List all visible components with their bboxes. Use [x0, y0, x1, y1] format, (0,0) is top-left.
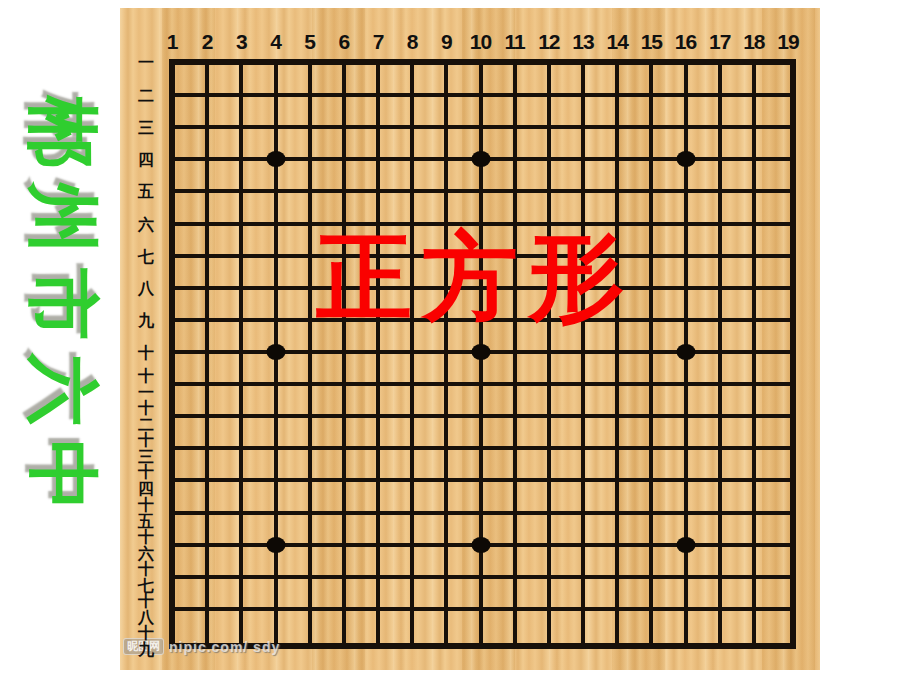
board-cell — [688, 65, 722, 97]
board-cell — [517, 450, 551, 482]
row-label: 九 — [138, 311, 154, 328]
board-cell — [414, 354, 448, 386]
board-cell — [209, 482, 243, 514]
board-cell — [414, 193, 448, 225]
board-cell — [312, 193, 346, 225]
board-cell — [209, 354, 243, 386]
board-cell — [688, 579, 722, 611]
hoshi-point — [266, 537, 285, 553]
board-cell — [619, 482, 653, 514]
board-cell — [756, 386, 790, 418]
row-label: 三 — [138, 119, 154, 136]
board-cell — [688, 193, 722, 225]
row-label: 一 — [138, 54, 154, 71]
board-cell — [380, 386, 414, 418]
board-cell — [619, 354, 653, 386]
board-cell — [585, 193, 619, 225]
board-cell — [448, 65, 482, 97]
board-cell — [722, 290, 756, 322]
row-label: 十 八 — [138, 592, 154, 626]
board-cell — [243, 97, 277, 129]
board-cell — [551, 354, 585, 386]
row-label: 五 — [138, 183, 154, 200]
board-cell — [722, 97, 756, 129]
board-cell — [483, 65, 517, 97]
board-cell — [243, 482, 277, 514]
board-cell — [278, 450, 312, 482]
board-cell — [312, 97, 346, 129]
board-cell — [278, 418, 312, 450]
board-cell — [551, 482, 585, 514]
school-name-char: 市 — [22, 262, 102, 346]
board-cell — [448, 97, 482, 129]
hoshi-point — [266, 344, 285, 360]
board-cell — [517, 515, 551, 547]
board-cell — [243, 450, 277, 482]
column-label: 16 — [675, 30, 696, 54]
board-cell — [209, 161, 243, 193]
board-cell — [619, 97, 653, 129]
slide: 郴州市六中 正方形 昵图网 nipic.com/ sdy 12345678910… — [0, 0, 920, 690]
board-cell — [346, 65, 380, 97]
board-cell — [653, 290, 687, 322]
board-cell — [756, 482, 790, 514]
board-cell — [585, 547, 619, 579]
board-cell — [585, 97, 619, 129]
board-cell — [380, 482, 414, 514]
board-cell — [653, 193, 687, 225]
board-cell — [722, 354, 756, 386]
board-cell — [619, 547, 653, 579]
board-cell — [619, 450, 653, 482]
overlay-title: 正方形 — [316, 228, 634, 329]
row-label: 十 六 — [138, 528, 154, 562]
board-cell — [175, 354, 209, 386]
board-cell — [585, 579, 619, 611]
board-cell — [517, 161, 551, 193]
board-cell — [346, 418, 380, 450]
board-cell — [483, 482, 517, 514]
board-cell — [243, 290, 277, 322]
board-cell — [585, 418, 619, 450]
board-cell — [380, 611, 414, 643]
go-board: 正方形 昵图网 nipic.com/ sdy 12345678910111213… — [120, 8, 820, 670]
board-cell — [722, 226, 756, 258]
board-cell — [414, 482, 448, 514]
board-cell — [585, 161, 619, 193]
board-cell — [278, 290, 312, 322]
board-cell — [756, 579, 790, 611]
board-cell — [619, 193, 653, 225]
row-label: 二 — [138, 87, 154, 104]
board-cell — [653, 65, 687, 97]
board-cell — [653, 579, 687, 611]
board-cell — [585, 611, 619, 643]
board-cell — [414, 161, 448, 193]
board-cell — [312, 354, 346, 386]
row-label: 十 五 — [138, 496, 154, 530]
board-cell — [414, 515, 448, 547]
board-cell — [209, 450, 243, 482]
board-cell — [243, 193, 277, 225]
board-cell — [653, 611, 687, 643]
board-cell — [688, 547, 722, 579]
board-cell — [619, 129, 653, 161]
board-cell — [243, 226, 277, 258]
board-cell — [278, 547, 312, 579]
board-cell — [380, 193, 414, 225]
board-cell — [278, 611, 312, 643]
board-cell — [517, 547, 551, 579]
board-cell — [278, 354, 312, 386]
board-cell — [551, 386, 585, 418]
board-cell — [175, 418, 209, 450]
board-cell — [653, 482, 687, 514]
board-cell — [209, 579, 243, 611]
board-cell — [175, 129, 209, 161]
board-cell — [380, 579, 414, 611]
board-cell — [619, 418, 653, 450]
board-cell — [312, 65, 346, 97]
column-label: 12 — [538, 30, 559, 54]
board-cell — [756, 161, 790, 193]
board-cell — [722, 386, 756, 418]
board-cell — [278, 65, 312, 97]
board-cell — [483, 611, 517, 643]
board-cell — [312, 129, 346, 161]
board-cell — [756, 129, 790, 161]
board-cell — [346, 97, 380, 129]
board-cell — [619, 611, 653, 643]
board-cell — [551, 129, 585, 161]
board-grid — [169, 59, 796, 649]
board-cell — [175, 322, 209, 354]
board-cell — [175, 450, 209, 482]
hoshi-point — [471, 537, 490, 553]
board-cell — [483, 354, 517, 386]
board-cell — [175, 515, 209, 547]
board-cell — [551, 515, 585, 547]
board-cell — [585, 129, 619, 161]
board-cell — [175, 258, 209, 290]
board-cell — [722, 547, 756, 579]
board-cell — [312, 579, 346, 611]
board-cell — [756, 97, 790, 129]
column-label: 7 — [373, 30, 384, 54]
board-cell — [551, 450, 585, 482]
board-cell — [414, 611, 448, 643]
board-cell — [346, 482, 380, 514]
board-cell — [483, 450, 517, 482]
board-cell — [243, 258, 277, 290]
board-cell — [414, 450, 448, 482]
board-cell — [209, 290, 243, 322]
row-label: 十 七 — [138, 560, 154, 594]
column-label: 13 — [572, 30, 593, 54]
row-label: 十 二 — [138, 399, 154, 433]
board-cell — [448, 579, 482, 611]
board-cell — [517, 418, 551, 450]
board-cell — [619, 161, 653, 193]
board-cell — [175, 290, 209, 322]
board-cell — [380, 515, 414, 547]
board-cell — [312, 161, 346, 193]
board-cell — [688, 450, 722, 482]
board-cell — [722, 418, 756, 450]
board-cell — [653, 386, 687, 418]
board-cell — [688, 290, 722, 322]
hoshi-point — [471, 151, 490, 167]
column-label: 11 — [505, 30, 525, 54]
board-cell — [414, 547, 448, 579]
board-cell — [278, 386, 312, 418]
board-cell — [756, 258, 790, 290]
board-cell — [243, 579, 277, 611]
column-label: 18 — [743, 30, 764, 54]
board-cell — [346, 354, 380, 386]
board-cell — [312, 386, 346, 418]
board-cell — [551, 611, 585, 643]
board-cell — [209, 226, 243, 258]
row-label: 七 — [138, 247, 154, 264]
board-cell — [175, 482, 209, 514]
board-cell — [312, 515, 346, 547]
board-cell — [756, 354, 790, 386]
board-cell — [551, 193, 585, 225]
board-cell — [722, 579, 756, 611]
hoshi-point — [676, 537, 695, 553]
board-cell — [483, 547, 517, 579]
row-label: 十 — [138, 344, 154, 361]
board-cell — [483, 161, 517, 193]
board-cell — [756, 515, 790, 547]
school-name-vertical-text: 郴州市六中 — [16, 92, 108, 516]
board-cell — [722, 258, 756, 290]
board-cell — [483, 386, 517, 418]
board-cell — [209, 258, 243, 290]
watermark-text: nipic.com/ sdy — [169, 639, 280, 655]
board-cell — [585, 65, 619, 97]
board-cell — [448, 611, 482, 643]
board-cell — [688, 226, 722, 258]
board-cell — [346, 611, 380, 643]
school-name-char: 州 — [22, 176, 102, 260]
board-cell — [209, 386, 243, 418]
board-cell — [483, 193, 517, 225]
hoshi-point — [471, 344, 490, 360]
board-cell — [551, 547, 585, 579]
board-cell — [175, 161, 209, 193]
board-cell — [722, 482, 756, 514]
hoshi-point — [676, 151, 695, 167]
hoshi-point — [266, 151, 285, 167]
column-label: 3 — [236, 30, 247, 54]
board-cell — [688, 611, 722, 643]
board-cell — [380, 65, 414, 97]
board-cell — [517, 482, 551, 514]
row-label: 六 — [138, 215, 154, 232]
board-cell — [619, 386, 653, 418]
board-cell — [312, 547, 346, 579]
board-cell — [346, 579, 380, 611]
board-cell — [756, 611, 790, 643]
school-name-char: 六 — [22, 348, 102, 432]
board-cell — [346, 450, 380, 482]
board-cell — [380, 129, 414, 161]
board-cell — [517, 354, 551, 386]
board-cell — [346, 193, 380, 225]
board-cell — [414, 129, 448, 161]
board-cell — [312, 418, 346, 450]
board-cell — [722, 65, 756, 97]
board-cell — [517, 386, 551, 418]
board-cell — [483, 97, 517, 129]
board-cell — [756, 65, 790, 97]
board-cell — [312, 482, 346, 514]
board-cell — [517, 129, 551, 161]
board-cell — [688, 161, 722, 193]
board-cell — [619, 579, 653, 611]
board-cell — [209, 97, 243, 129]
board-cell — [756, 450, 790, 482]
board-cell — [346, 515, 380, 547]
board-cell — [380, 418, 414, 450]
board-cell — [380, 354, 414, 386]
board-cell — [448, 386, 482, 418]
column-label: 19 — [777, 30, 798, 54]
board-cell — [175, 226, 209, 258]
board-cell — [653, 226, 687, 258]
column-label: 15 — [641, 30, 662, 54]
board-cell — [551, 97, 585, 129]
board-cell — [722, 611, 756, 643]
board-cell — [688, 418, 722, 450]
board-cell — [585, 515, 619, 547]
board-cell — [756, 290, 790, 322]
board-cell — [278, 579, 312, 611]
board-cell — [243, 418, 277, 450]
board-cell — [585, 354, 619, 386]
column-label: 5 — [304, 30, 315, 54]
board-cell — [517, 193, 551, 225]
board-cell — [483, 418, 517, 450]
board-cell — [653, 450, 687, 482]
board-cell — [756, 322, 790, 354]
board-cell — [551, 579, 585, 611]
row-label: 四 — [138, 151, 154, 168]
board-cell — [619, 515, 653, 547]
board-cell — [517, 65, 551, 97]
board-cell — [414, 579, 448, 611]
board-cell — [688, 386, 722, 418]
board-cell — [653, 97, 687, 129]
board-cell — [312, 450, 346, 482]
row-label: 八 — [138, 279, 154, 296]
board-cell — [756, 418, 790, 450]
board-cell — [551, 65, 585, 97]
column-label: 9 — [441, 30, 452, 54]
board-cell — [722, 161, 756, 193]
board-cell — [243, 386, 277, 418]
board-cell — [209, 193, 243, 225]
board-cell — [722, 450, 756, 482]
board-cell — [380, 97, 414, 129]
board-cell — [517, 611, 551, 643]
board-cell — [756, 193, 790, 225]
board-cell — [209, 547, 243, 579]
column-label: 8 — [407, 30, 418, 54]
board-cell — [722, 515, 756, 547]
board-cell — [312, 611, 346, 643]
board-cell — [175, 386, 209, 418]
board-cell — [585, 482, 619, 514]
board-cell — [209, 515, 243, 547]
column-label: 14 — [606, 30, 627, 54]
board-cell — [414, 65, 448, 97]
board-cell — [722, 322, 756, 354]
board-cell — [209, 418, 243, 450]
board-cell — [175, 547, 209, 579]
board-cell — [688, 97, 722, 129]
board-cell — [175, 579, 209, 611]
board-cell — [688, 482, 722, 514]
board-cell — [653, 418, 687, 450]
board-cell — [209, 322, 243, 354]
board-cell — [346, 547, 380, 579]
board-cell — [278, 193, 312, 225]
board-cell — [414, 97, 448, 129]
board-cell — [551, 161, 585, 193]
board-cell — [448, 418, 482, 450]
row-label: 十 三 — [138, 431, 154, 465]
column-label: 10 — [470, 30, 491, 54]
column-label: 6 — [338, 30, 349, 54]
column-label: 17 — [709, 30, 730, 54]
board-cell — [380, 450, 414, 482]
board-cell — [380, 161, 414, 193]
row-label: 十 九 — [138, 624, 154, 658]
board-cell — [619, 65, 653, 97]
board-cell — [585, 386, 619, 418]
board-cell — [414, 386, 448, 418]
board-cell — [175, 193, 209, 225]
board-cell — [722, 193, 756, 225]
board-cell — [517, 579, 551, 611]
board-cell — [414, 418, 448, 450]
board-cell — [175, 97, 209, 129]
board-cell — [380, 547, 414, 579]
school-name-char: 郴 — [22, 90, 102, 174]
board-cell — [278, 226, 312, 258]
board-cell — [448, 193, 482, 225]
column-label: 1 — [167, 30, 178, 54]
board-cell — [448, 450, 482, 482]
board-cell — [688, 354, 722, 386]
board-cell — [278, 258, 312, 290]
board-cell — [175, 65, 209, 97]
board-cell — [483, 579, 517, 611]
board-cell — [585, 450, 619, 482]
board-cell — [278, 482, 312, 514]
board-cell — [243, 65, 277, 97]
board-cell — [653, 258, 687, 290]
board-cell — [278, 161, 312, 193]
board-cell — [346, 161, 380, 193]
row-label: 十 四 — [138, 463, 154, 497]
board-cell — [756, 226, 790, 258]
board-cell — [722, 129, 756, 161]
column-label: 2 — [202, 30, 213, 54]
